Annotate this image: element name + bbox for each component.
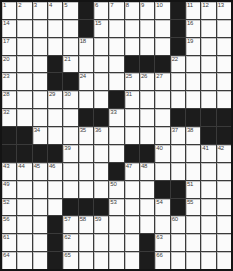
black-cell-r9c9	[125, 145, 139, 162]
cell-r12c10[interactable]	[140, 199, 154, 216]
cell-r7c9[interactable]	[125, 109, 139, 126]
black-cell-r1c6	[79, 2, 93, 19]
cell-r15c11[interactable]: 66	[155, 252, 169, 269]
cell-r15c8[interactable]	[109, 252, 123, 269]
cell-r11c9[interactable]	[125, 181, 139, 198]
cell-r4c6[interactable]	[79, 56, 93, 73]
black-cell-r4c10	[140, 56, 154, 73]
clue-number-23: 23	[3, 73, 9, 80]
cell-r1c2[interactable]: 2	[17, 2, 31, 19]
black-cell-r8c14	[201, 127, 215, 144]
black-cell-r1c12	[171, 2, 185, 19]
cell-r4c2[interactable]	[17, 56, 31, 73]
cell-r3c9[interactable]	[125, 38, 139, 55]
cell-r3c15[interactable]	[217, 38, 231, 55]
cell-r7c3[interactable]	[33, 109, 47, 126]
cell-r15c6[interactable]	[79, 252, 93, 269]
black-cell-r7c14	[201, 109, 215, 126]
clue-number-48: 48	[141, 163, 147, 170]
cell-r4c14[interactable]	[201, 56, 215, 73]
clue-number-35: 35	[80, 127, 86, 134]
cell-r9c14[interactable]: 41	[201, 145, 215, 162]
clue-number-50: 50	[110, 181, 116, 188]
clue-number-1: 1	[3, 2, 6, 9]
cell-r7c2[interactable]	[17, 109, 31, 126]
cell-r1c8[interactable]: 7	[109, 2, 123, 19]
cell-r4c1[interactable]: 20	[2, 56, 16, 73]
clue-number-33: 33	[110, 109, 116, 116]
cell-r11c4[interactable]	[48, 181, 62, 198]
cell-r7c4[interactable]	[48, 109, 62, 126]
clue-number-64: 64	[3, 252, 9, 259]
clue-number-27: 27	[156, 73, 162, 80]
cell-r2c2[interactable]	[17, 20, 31, 37]
clue-number-53: 53	[110, 199, 116, 206]
cell-r5c7[interactable]	[94, 73, 108, 90]
cell-r10c6[interactable]	[79, 163, 93, 180]
clue-number-31: 31	[126, 91, 132, 98]
black-cell-r4c11	[155, 56, 169, 73]
cell-r12c14[interactable]	[201, 199, 215, 216]
black-cell-r7c7	[94, 109, 108, 126]
cell-r11c3[interactable]	[33, 181, 47, 198]
cell-r11c13[interactable]: 51	[186, 181, 200, 198]
clue-number-12: 12	[202, 2, 208, 9]
cell-r15c5[interactable]: 65	[63, 252, 77, 269]
cell-r7c11[interactable]	[155, 109, 169, 126]
clue-number-49: 49	[3, 181, 9, 188]
black-cell-r14c10	[140, 234, 154, 251]
cell-r1c14[interactable]: 12	[201, 2, 215, 19]
cell-r3c2[interactable]	[17, 38, 31, 55]
cell-r8c3[interactable]: 34	[33, 127, 47, 144]
cell-r10c9[interactable]: 47	[125, 163, 139, 180]
cell-r3c5[interactable]	[63, 38, 77, 55]
cell-r5c6[interactable]: 24	[79, 73, 93, 90]
cell-r1c11[interactable]: 10	[155, 2, 169, 19]
cell-r5c9[interactable]: 25	[125, 73, 139, 90]
black-cell-r13c4	[48, 216, 62, 233]
clue-number-10: 10	[156, 2, 162, 9]
clue-number-61: 61	[3, 234, 9, 241]
cell-r2c7[interactable]: 15	[94, 20, 108, 37]
clue-number-56: 56	[3, 216, 9, 223]
cell-r13c15[interactable]	[217, 216, 231, 233]
cell-r5c12[interactable]	[171, 73, 185, 90]
black-cell-r2c12	[171, 20, 185, 37]
cell-r1c4[interactable]: 4	[48, 2, 62, 19]
clue-number-16: 16	[187, 20, 193, 27]
cell-r1c7[interactable]: 6	[94, 2, 108, 19]
cell-r6c11[interactable]	[155, 91, 169, 108]
clue-number-3: 3	[34, 2, 37, 9]
cell-r9c12[interactable]	[171, 145, 185, 162]
black-cell-r5c5	[63, 73, 77, 90]
cell-r14c14[interactable]	[201, 234, 215, 251]
cell-r8c4[interactable]	[48, 127, 62, 144]
cell-r1c3[interactable]: 3	[33, 2, 47, 19]
clue-number-42: 42	[218, 145, 224, 152]
clue-number-21: 21	[64, 56, 70, 63]
clue-number-65: 65	[64, 252, 70, 259]
black-cell-r8c15	[217, 127, 231, 144]
clue-number-13: 13	[218, 2, 224, 9]
cell-r14c1[interactable]: 61	[2, 234, 16, 251]
clue-number-30: 30	[64, 91, 70, 98]
cell-r8c7[interactable]: 36	[94, 127, 108, 144]
cell-r4c7[interactable]	[94, 56, 108, 73]
cell-r11c6[interactable]	[79, 181, 93, 198]
cell-r10c13[interactable]	[186, 163, 200, 180]
cell-r9c11[interactable]: 40	[155, 145, 169, 162]
cell-r10c5[interactable]	[63, 163, 77, 180]
cell-r6c15[interactable]	[217, 91, 231, 108]
black-cell-r8c2	[17, 127, 31, 144]
cell-r4c12[interactable]: 22	[171, 56, 185, 73]
cell-r12c1[interactable]: 52	[2, 199, 16, 216]
black-cell-r3c12	[171, 38, 185, 55]
clue-number-37: 37	[172, 127, 178, 134]
black-cell-r14c4	[48, 234, 62, 251]
cell-r13c2[interactable]	[17, 216, 31, 233]
cell-r2c10[interactable]	[140, 20, 154, 37]
cell-r13c10[interactable]	[140, 216, 154, 233]
cell-r4c13[interactable]	[186, 56, 200, 73]
black-cell-r7c13	[186, 109, 200, 126]
clue-number-11: 11	[187, 2, 193, 9]
clue-number-51: 51	[187, 181, 193, 188]
black-cell-r7c6	[79, 109, 93, 126]
clue-number-43: 43	[3, 163, 9, 170]
cell-r3c10[interactable]	[140, 38, 154, 55]
cell-r15c13[interactable]	[186, 252, 200, 269]
cell-r12c9[interactable]	[125, 199, 139, 216]
cell-r2c1[interactable]: 14	[2, 20, 16, 37]
cell-r6c3[interactable]	[33, 91, 47, 108]
cell-r9c5[interactable]: 39	[63, 145, 77, 162]
cell-r6c12[interactable]	[171, 91, 185, 108]
cell-r14c6[interactable]	[79, 234, 93, 251]
cell-r7c1[interactable]: 32	[2, 109, 16, 126]
cell-r6c13[interactable]	[186, 91, 200, 108]
cell-r10c15[interactable]	[217, 163, 231, 180]
black-cell-r6c8	[109, 91, 123, 108]
cell-r15c7[interactable]	[94, 252, 108, 269]
clue-number-4: 4	[49, 2, 52, 9]
clue-number-63: 63	[156, 234, 162, 241]
clue-number-24: 24	[80, 73, 86, 80]
cell-r7c5[interactable]	[63, 109, 77, 126]
cell-r13c14[interactable]	[201, 216, 215, 233]
cell-r6c6[interactable]	[79, 91, 93, 108]
cell-r2c15[interactable]	[217, 20, 231, 37]
cell-r13c9[interactable]	[125, 216, 139, 233]
clue-number-45: 45	[34, 163, 40, 170]
black-cell-r12c5	[63, 199, 77, 216]
cell-r3c7[interactable]	[94, 38, 108, 55]
crossword-board: 1234567891011121314151617181920212223242…	[0, 0, 233, 271]
cell-r2c13[interactable]: 16	[186, 20, 200, 37]
cell-r15c12[interactable]	[171, 252, 185, 269]
cell-r8c8[interactable]	[109, 127, 123, 144]
clue-number-9: 9	[141, 2, 144, 9]
cell-r14c5[interactable]: 62	[63, 234, 77, 251]
cell-r1c10[interactable]: 9	[140, 2, 154, 19]
clue-number-46: 46	[49, 163, 55, 170]
cell-r11c2[interactable]	[17, 181, 31, 198]
clue-number-60: 60	[172, 216, 178, 223]
black-cell-r9c1	[2, 145, 16, 162]
cell-r6c7[interactable]	[94, 91, 108, 108]
cell-r14c11[interactable]: 63	[155, 234, 169, 251]
cell-r6c1[interactable]: 28	[2, 91, 16, 108]
cell-r4c8[interactable]	[109, 56, 123, 73]
black-cell-r15c10	[140, 252, 154, 269]
clue-number-36: 36	[95, 127, 101, 134]
cell-r2c5[interactable]	[63, 20, 77, 37]
cell-r13c3[interactable]	[33, 216, 47, 233]
cell-r1c15[interactable]: 13	[217, 2, 231, 19]
cell-r9c15[interactable]: 42	[217, 145, 231, 162]
clue-number-15: 15	[95, 20, 101, 27]
cell-r12c11[interactable]: 54	[155, 199, 169, 216]
cell-r3c13[interactable]: 19	[186, 38, 200, 55]
cell-r11c10[interactable]	[140, 181, 154, 198]
clue-number-58: 58	[80, 216, 86, 223]
cell-r10c11[interactable]	[155, 163, 169, 180]
cell-r14c9[interactable]	[125, 234, 139, 251]
cell-r4c5[interactable]: 21	[63, 56, 77, 73]
black-cell-r7c15	[217, 109, 231, 126]
black-cell-r10c8	[109, 163, 123, 180]
black-cell-r9c2	[17, 145, 31, 162]
cell-r11c14[interactable]	[201, 181, 215, 198]
cell-r5c3[interactable]	[33, 73, 47, 90]
clue-number-6: 6	[95, 2, 98, 9]
cell-r3c1[interactable]: 17	[2, 38, 16, 55]
cell-r11c1[interactable]: 49	[2, 181, 16, 198]
cell-r8c13[interactable]: 38	[186, 127, 200, 144]
cell-r11c15[interactable]	[217, 181, 231, 198]
cell-r5c11[interactable]: 27	[155, 73, 169, 90]
cell-r3c4[interactable]	[48, 38, 62, 55]
black-cell-r15c4	[48, 252, 62, 269]
black-cell-r12c7	[94, 199, 108, 216]
cell-r13c12[interactable]: 60	[171, 216, 185, 233]
cell-r14c3[interactable]	[33, 234, 47, 251]
cell-r9c6[interactable]	[79, 145, 93, 162]
cell-r10c3[interactable]: 45	[33, 163, 47, 180]
cell-r6c2[interactable]	[17, 91, 31, 108]
black-cell-r12c12	[171, 199, 185, 216]
cell-r15c15[interactable]	[217, 252, 231, 269]
cell-r15c1[interactable]: 64	[2, 252, 16, 269]
cell-r1c1[interactable]: 1	[2, 2, 16, 19]
cell-r10c1[interactable]: 43	[2, 163, 16, 180]
cell-r12c2[interactable]	[17, 199, 31, 216]
black-cell-r9c4	[48, 145, 62, 162]
clue-number-17: 17	[3, 38, 9, 45]
black-cell-r4c4	[48, 56, 62, 73]
cell-r15c2[interactable]	[17, 252, 31, 269]
cell-r3c6[interactable]: 18	[79, 38, 93, 55]
cell-r10c2[interactable]: 44	[17, 163, 31, 180]
cell-r11c5[interactable]	[63, 181, 77, 198]
clue-number-5: 5	[64, 2, 67, 9]
cell-r8c10[interactable]	[140, 127, 154, 144]
clue-number-59: 59	[95, 216, 101, 223]
clue-number-57: 57	[64, 216, 70, 223]
cell-r1c13[interactable]: 11	[186, 2, 200, 19]
cell-r14c12[interactable]	[171, 234, 185, 251]
cell-r9c13[interactable]	[186, 145, 200, 162]
cell-r2c9[interactable]	[125, 20, 139, 37]
clue-number-34: 34	[34, 127, 40, 134]
cell-r2c3[interactable]	[33, 20, 47, 37]
cell-r13c8[interactable]	[109, 216, 123, 233]
cell-r9c7[interactable]	[94, 145, 108, 162]
cell-r8c12[interactable]: 37	[171, 127, 185, 144]
cell-r15c3[interactable]	[33, 252, 47, 269]
clue-number-41: 41	[202, 145, 208, 152]
cell-r13c13[interactable]	[186, 216, 200, 233]
clue-number-44: 44	[18, 163, 24, 170]
cell-r1c5[interactable]: 5	[63, 2, 77, 19]
cell-r5c15[interactable]	[217, 73, 231, 90]
cell-r5c13[interactable]	[186, 73, 200, 90]
cell-r12c3[interactable]	[33, 199, 47, 216]
cell-r7c8[interactable]: 33	[109, 109, 123, 126]
clue-number-7: 7	[110, 2, 113, 9]
clue-number-28: 28	[3, 91, 9, 98]
black-cell-r11c11	[155, 181, 169, 198]
black-cell-r4c9	[125, 56, 139, 73]
cell-r5c14[interactable]	[201, 73, 215, 90]
cell-r14c13[interactable]	[186, 234, 200, 251]
cell-r8c9[interactable]	[125, 127, 139, 144]
cell-r10c10[interactable]: 48	[140, 163, 154, 180]
black-cell-r12c6	[79, 199, 93, 216]
cell-r12c4[interactable]	[48, 199, 62, 216]
cell-r14c15[interactable]	[217, 234, 231, 251]
cell-r15c9[interactable]	[125, 252, 139, 269]
black-cell-r7c12	[171, 109, 185, 126]
cell-r3c3[interactable]	[33, 38, 47, 55]
clue-number-62: 62	[64, 234, 70, 241]
cell-r5c8[interactable]	[109, 73, 123, 90]
cell-r3c11[interactable]	[155, 38, 169, 55]
cell-r10c14[interactable]	[201, 163, 215, 180]
cell-r5c1[interactable]: 23	[2, 73, 16, 90]
clue-number-52: 52	[3, 199, 9, 206]
cell-r13c11[interactable]	[155, 216, 169, 233]
clue-number-14: 14	[3, 20, 9, 27]
clue-number-32: 32	[3, 109, 9, 116]
black-cell-r9c10	[140, 145, 154, 162]
clue-number-47: 47	[126, 163, 132, 170]
black-cell-r2c6	[79, 20, 93, 37]
cell-r9c8[interactable]	[109, 145, 123, 162]
black-cell-r11c12	[171, 181, 185, 198]
cell-r14c7[interactable]	[94, 234, 108, 251]
cell-r2c11[interactable]	[155, 20, 169, 37]
cell-r8c11[interactable]	[155, 127, 169, 144]
cell-r2c4[interactable]	[48, 20, 62, 37]
cell-r1c9[interactable]: 8	[125, 2, 139, 19]
cell-r13c7[interactable]: 59	[94, 216, 108, 233]
cell-r8c5[interactable]	[63, 127, 77, 144]
cell-r2c8[interactable]	[109, 20, 123, 37]
clue-number-39: 39	[64, 145, 70, 152]
cell-r11c8[interactable]: 50	[109, 181, 123, 198]
cell-r13c6[interactable]: 58	[79, 216, 93, 233]
cell-r4c15[interactable]	[217, 56, 231, 73]
clue-number-8: 8	[126, 2, 129, 9]
cell-r10c4[interactable]: 46	[48, 163, 62, 180]
cell-r6c10[interactable]	[140, 91, 154, 108]
cell-r12c13[interactable]: 55	[186, 199, 200, 216]
cell-r2c14[interactable]	[201, 20, 215, 37]
cell-r3c8[interactable]	[109, 38, 123, 55]
cell-r14c8[interactable]	[109, 234, 123, 251]
cell-r10c7[interactable]	[94, 163, 108, 180]
cell-r13c5[interactable]: 57	[63, 216, 77, 233]
clue-number-40: 40	[156, 145, 162, 152]
clue-number-19: 19	[187, 38, 193, 45]
clue-number-38: 38	[187, 127, 193, 134]
cell-r12c8[interactable]: 53	[109, 199, 123, 216]
clue-number-22: 22	[172, 56, 178, 63]
clue-number-54: 54	[156, 199, 162, 206]
cell-r8c6[interactable]: 35	[79, 127, 93, 144]
cell-r6c14[interactable]	[201, 91, 215, 108]
clue-number-55: 55	[187, 199, 193, 206]
clue-number-29: 29	[49, 91, 55, 98]
clue-number-2: 2	[18, 2, 21, 9]
cell-r14c2[interactable]	[17, 234, 31, 251]
black-cell-r8c1	[2, 127, 16, 144]
cell-r6c9[interactable]: 31	[125, 91, 139, 108]
cell-r4c3[interactable]	[33, 56, 47, 73]
clue-number-66: 66	[156, 252, 162, 259]
cell-r5c10[interactable]: 26	[140, 73, 154, 90]
black-cell-r9c3	[33, 145, 47, 162]
cell-r11c7[interactable]	[94, 181, 108, 198]
cell-r5c2[interactable]	[17, 73, 31, 90]
cell-r13c1[interactable]: 56	[2, 216, 16, 233]
clue-number-20: 20	[3, 56, 9, 63]
clue-number-18: 18	[80, 38, 86, 45]
cell-r6c5[interactable]: 30	[63, 91, 77, 108]
cell-r6c4[interactable]: 29	[48, 91, 62, 108]
cell-r15c14[interactable]	[201, 252, 215, 269]
cell-r10c12[interactable]	[171, 163, 185, 180]
cell-r7c10[interactable]	[140, 109, 154, 126]
clue-number-25: 25	[126, 73, 132, 80]
clue-number-26: 26	[141, 73, 147, 80]
cell-r3c14[interactable]	[201, 38, 215, 55]
black-cell-r5c4	[48, 73, 62, 90]
cell-r12c15[interactable]	[217, 199, 231, 216]
